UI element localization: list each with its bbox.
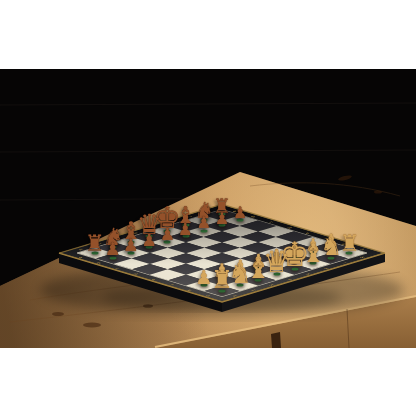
coordinate-label: c xyxy=(114,267,121,269)
letterbox-top xyxy=(0,0,416,69)
coordinate-label: b xyxy=(250,215,258,217)
piece-black-pawn[interactable]: ♟ xyxy=(123,237,139,255)
piece-black-pawn[interactable]: ♟ xyxy=(178,221,193,238)
coordinate-label: h xyxy=(359,248,367,250)
piece-black-rook[interactable]: ♜ xyxy=(85,232,105,254)
coordinate-label: d xyxy=(132,273,140,275)
letterbox-bottom xyxy=(0,348,416,416)
drawer-gap xyxy=(271,332,281,348)
coordinate-label: c xyxy=(268,221,275,223)
piece-white-rook[interactable]: ♜ xyxy=(339,232,359,254)
coordinate-label: 8 xyxy=(359,256,367,258)
piece-black-pawn[interactable]: ♟ xyxy=(196,216,211,233)
coordinate-label: e xyxy=(150,278,158,280)
piece-white-rook[interactable]: ♜ xyxy=(211,268,233,293)
photograph: aa88bb77cc66dd55ee44ff33gg22hh11 ♜♞♟♝♟♚♟… xyxy=(0,69,416,348)
coordinate-label: f xyxy=(169,284,175,286)
piece-white-pawn[interactable]: ♟ xyxy=(195,268,212,287)
coordinate-label: 3 xyxy=(268,284,276,286)
piece-black-pawn[interactable]: ♟ xyxy=(105,242,121,260)
coordinate-label: 7 xyxy=(341,262,349,264)
coordinate-label: 1 xyxy=(232,295,240,297)
coordinate-label: b xyxy=(96,262,104,264)
coordinate-label: 2 xyxy=(250,289,258,291)
coordinate-label: a xyxy=(77,256,85,258)
coordinate-label: d xyxy=(286,226,294,228)
piece-black-pawn[interactable]: ♟ xyxy=(233,205,247,221)
piece-black-pawn[interactable]: ♟ xyxy=(215,210,230,226)
coordinate-label: 6 xyxy=(323,267,331,269)
coordinate-label: h xyxy=(205,295,213,297)
photo-canvas: aa88bb77cc66dd55ee44ff33gg22hh11 ♜♞♟♝♟♚♟… xyxy=(0,0,416,416)
piece-black-pawn[interactable]: ♟ xyxy=(141,231,156,248)
coordinate-label: g xyxy=(187,289,195,291)
piece-black-pawn[interactable]: ♟ xyxy=(160,226,175,243)
